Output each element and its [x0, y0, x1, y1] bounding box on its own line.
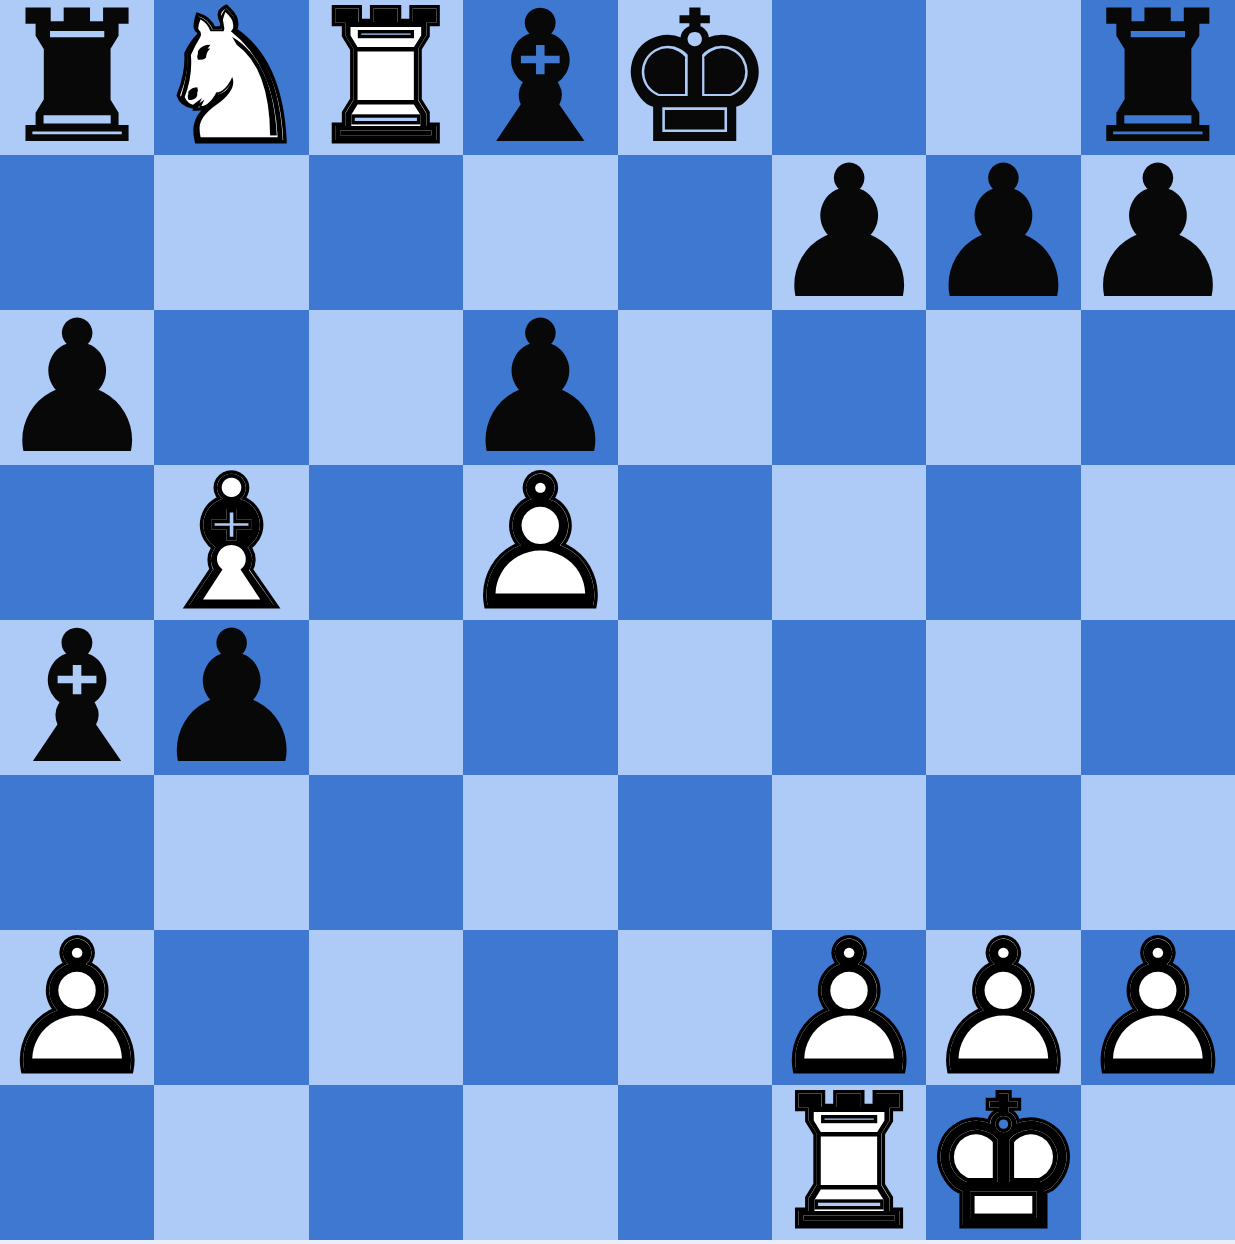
- square-h5[interactable]: [1081, 465, 1235, 620]
- square-b7[interactable]: [154, 155, 308, 310]
- square-f7[interactable]: ♟: [772, 155, 926, 310]
- square-a8[interactable]: ♜: [0, 0, 154, 155]
- white-pawn[interactable]: ♟♙: [1081, 930, 1235, 1085]
- white-pawn[interactable]: ♟♙: [463, 465, 617, 620]
- square-h7[interactable]: ♟: [1081, 155, 1235, 310]
- square-e3[interactable]: [618, 775, 772, 930]
- square-e4[interactable]: [618, 620, 772, 775]
- square-e7[interactable]: [618, 155, 772, 310]
- white-king[interactable]: ♚♔: [926, 1085, 1080, 1240]
- black-pawn[interactable]: ♟: [772, 155, 926, 310]
- square-c2[interactable]: [309, 930, 463, 1085]
- bishop-glyph: ♝: [0, 608, 158, 788]
- square-g7[interactable]: ♟: [926, 155, 1080, 310]
- rook-outline-glyph: ♖: [768, 1073, 929, 1244]
- pawn-glyph: ♟: [923, 143, 1084, 323]
- pawn-glyph: ♟: [1077, 143, 1235, 323]
- white-rook[interactable]: ♜♖: [309, 0, 463, 155]
- square-c1[interactable]: [309, 1085, 463, 1240]
- black-pawn[interactable]: ♟: [1081, 155, 1235, 310]
- square-a4[interactable]: ♝: [0, 620, 154, 775]
- pawn-outline-glyph: ♙: [460, 453, 621, 633]
- square-d8[interactable]: ♝: [463, 0, 617, 155]
- square-f5[interactable]: [772, 465, 926, 620]
- square-h6[interactable]: [1081, 310, 1235, 465]
- square-h1[interactable]: [1081, 1085, 1235, 1240]
- square-f6[interactable]: [772, 310, 926, 465]
- square-b4[interactable]: ♟: [154, 620, 308, 775]
- square-d2[interactable]: [463, 930, 617, 1085]
- pawn-outline-glyph: ♙: [1077, 918, 1235, 1098]
- square-g6[interactable]: [926, 310, 1080, 465]
- square-b2[interactable]: [154, 930, 308, 1085]
- white-pawn[interactable]: ♟♙: [0, 930, 154, 1085]
- square-c5[interactable]: [309, 465, 463, 620]
- square-a2[interactable]: ♟♙: [0, 930, 154, 1085]
- square-e1[interactable]: [618, 1085, 772, 1240]
- square-c6[interactable]: [309, 310, 463, 465]
- square-e5[interactable]: [618, 465, 772, 620]
- black-rook[interactable]: ♜: [0, 0, 154, 155]
- black-pawn[interactable]: ♟: [154, 620, 308, 775]
- pawn-glyph: ♟: [151, 608, 312, 788]
- square-a6[interactable]: ♟: [0, 310, 154, 465]
- white-rook[interactable]: ♜♖: [772, 1085, 926, 1240]
- square-e8[interactable]: ♚: [618, 0, 772, 155]
- square-b3[interactable]: [154, 775, 308, 930]
- white-knight[interactable]: ♞♘: [154, 0, 308, 155]
- square-c4[interactable]: [309, 620, 463, 775]
- square-d3[interactable]: [463, 775, 617, 930]
- square-c3[interactable]: [309, 775, 463, 930]
- rook-outline-glyph: ♖: [305, 0, 466, 168]
- square-b8[interactable]: ♞♘: [154, 0, 308, 155]
- square-a1[interactable]: [0, 1085, 154, 1240]
- pawn-outline-glyph: ♙: [0, 918, 158, 1098]
- square-h2[interactable]: ♟♙: [1081, 930, 1235, 1085]
- square-g5[interactable]: [926, 465, 1080, 620]
- king-outline-glyph: ♔: [923, 1073, 1084, 1244]
- bishop-glyph: ♝: [460, 0, 621, 168]
- chess-app-canvas: ♜♞♘♜♖♝♚♜♟♟♟♟♟♝♗♟♙♝♟♟♙♟♙♟♙♟♙♜♖♚♔: [0, 0, 1235, 1244]
- square-d4[interactable]: [463, 620, 617, 775]
- square-e2[interactable]: [618, 930, 772, 1085]
- black-bishop[interactable]: ♝: [463, 0, 617, 155]
- square-b1[interactable]: [154, 1085, 308, 1240]
- square-c7[interactable]: [309, 155, 463, 310]
- square-g4[interactable]: [926, 620, 1080, 775]
- black-pawn[interactable]: ♟: [926, 155, 1080, 310]
- pawn-glyph: ♟: [0, 298, 158, 478]
- square-g1[interactable]: ♚♔: [926, 1085, 1080, 1240]
- square-e6[interactable]: [618, 310, 772, 465]
- black-king[interactable]: ♚: [618, 0, 772, 155]
- pawn-glyph: ♟: [768, 143, 929, 323]
- square-d1[interactable]: [463, 1085, 617, 1240]
- square-d5[interactable]: ♟♙: [463, 465, 617, 620]
- square-h4[interactable]: [1081, 620, 1235, 775]
- square-f1[interactable]: ♜♖: [772, 1085, 926, 1240]
- square-f4[interactable]: [772, 620, 926, 775]
- king-glyph: ♚: [614, 0, 775, 168]
- rook-glyph: ♜: [0, 0, 158, 168]
- chess-board: ♜♞♘♜♖♝♚♜♟♟♟♟♟♝♗♟♙♝♟♟♙♟♙♟♙♟♙♜♖♚♔: [0, 0, 1235, 1240]
- black-bishop[interactable]: ♝: [0, 620, 154, 775]
- square-c8[interactable]: ♜♖: [309, 0, 463, 155]
- black-pawn[interactable]: ♟: [0, 310, 154, 465]
- knight-outline-glyph: ♘: [151, 0, 312, 168]
